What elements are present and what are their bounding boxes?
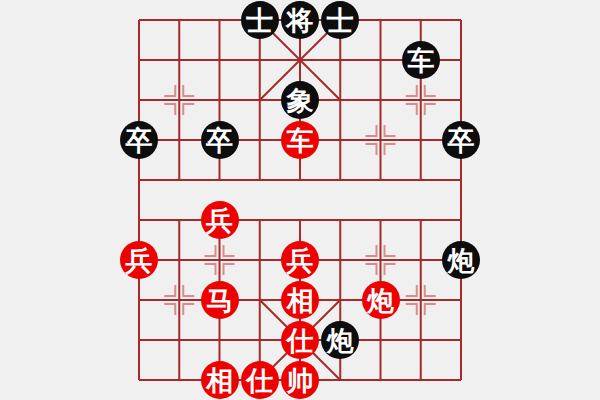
point-f2r7[interactable]: 马 (199, 280, 239, 320)
point-f5r8[interactable]: 炮 (320, 320, 360, 360)
point-f5r1[interactable] (320, 40, 360, 80)
piece-black-advisor[interactable]: 士 (321, 1, 359, 39)
point-f1r2[interactable] (159, 80, 199, 120)
point-f6r4[interactable] (360, 160, 400, 200)
piece-black-advisor[interactable]: 士 (241, 1, 279, 39)
point-f4r3[interactable]: 车 (280, 120, 320, 160)
point-f8r6[interactable]: 炮 (441, 240, 481, 280)
point-f3r0[interactable]: 士 (240, 0, 280, 40)
point-f6r7[interactable]: 炮 (360, 280, 400, 320)
point-f7r3[interactable] (401, 120, 441, 160)
point-f0r8[interactable] (119, 320, 159, 360)
point-f8r2[interactable] (441, 80, 481, 120)
point-f2r6[interactable] (199, 240, 239, 280)
point-f8r7[interactable] (441, 280, 481, 320)
point-f4r4[interactable] (280, 160, 320, 200)
piece-red-cannon[interactable]: 炮 (362, 281, 400, 319)
point-f2r9[interactable]: 相 (199, 360, 239, 400)
piece-red-chariot[interactable]: 车 (281, 121, 319, 159)
point-f0r1[interactable] (119, 40, 159, 80)
point-f2r0[interactable] (199, 0, 239, 40)
point-f8r4[interactable] (441, 160, 481, 200)
point-f8r9[interactable] (441, 360, 481, 400)
point-f5r5[interactable] (320, 200, 360, 240)
point-f0r4[interactable] (119, 160, 159, 200)
piece-black-elephant[interactable]: 象 (281, 81, 319, 119)
piece-black-cannon[interactable]: 炮 (442, 241, 480, 279)
point-f3r8[interactable] (240, 320, 280, 360)
point-f2r1[interactable] (199, 40, 239, 80)
point-f8r0[interactable] (441, 0, 481, 40)
point-f6r8[interactable] (360, 320, 400, 360)
point-f3r3[interactable] (240, 120, 280, 160)
point-f0r3[interactable]: 卒 (119, 120, 159, 160)
point-f5r2[interactable] (320, 80, 360, 120)
point-f4r6[interactable]: 兵 (280, 240, 320, 280)
piece-red-elephant[interactable]: 相 (281, 281, 319, 319)
point-f3r4[interactable] (240, 160, 280, 200)
point-f2r5[interactable]: 兵 (199, 200, 239, 240)
point-f6r6[interactable] (360, 240, 400, 280)
piece-red-general[interactable]: 帅 (281, 361, 319, 399)
point-f0r6[interactable]: 兵 (119, 240, 159, 280)
point-f2r2[interactable] (199, 80, 239, 120)
piece-black-soldier[interactable]: 卒 (442, 121, 480, 159)
point-f7r1[interactable]: 车 (401, 40, 441, 80)
point-f1r1[interactable] (159, 40, 199, 80)
point-f7r5[interactable] (401, 200, 441, 240)
point-f7r6[interactable] (401, 240, 441, 280)
point-f6r1[interactable] (360, 40, 400, 80)
point-f2r3[interactable]: 卒 (199, 120, 239, 160)
point-f4r8[interactable]: 仕 (280, 320, 320, 360)
point-f7r0[interactable] (401, 0, 441, 40)
point-f6r0[interactable] (360, 0, 400, 40)
point-f4r2[interactable]: 象 (280, 80, 320, 120)
point-f6r2[interactable] (360, 80, 400, 120)
piece-black-soldier[interactable]: 卒 (120, 121, 158, 159)
point-f1r9[interactable] (159, 360, 199, 400)
point-f3r1[interactable] (240, 40, 280, 80)
point-f3r6[interactable] (240, 240, 280, 280)
point-f4r1[interactable] (280, 40, 320, 80)
piece-black-soldier[interactable]: 卒 (201, 121, 239, 159)
piece-red-soldier[interactable]: 兵 (201, 201, 239, 239)
point-f2r4[interactable] (199, 160, 239, 200)
point-f4r7[interactable]: 相 (280, 280, 320, 320)
point-f7r8[interactable] (401, 320, 441, 360)
point-f8r1[interactable] (441, 40, 481, 80)
point-f5r3[interactable] (320, 120, 360, 160)
point-f6r3[interactable] (360, 120, 400, 160)
point-f1r7[interactable] (159, 280, 199, 320)
point-f8r3[interactable]: 卒 (441, 120, 481, 160)
point-f0r0[interactable] (119, 0, 159, 40)
point-f3r2[interactable] (240, 80, 280, 120)
piece-black-general[interactable]: 将 (281, 1, 319, 39)
point-f5r9[interactable] (320, 360, 360, 400)
point-f1r6[interactable] (159, 240, 199, 280)
piece-black-cannon[interactable]: 炮 (321, 321, 359, 359)
point-f3r7[interactable] (240, 280, 280, 320)
point-f3r9[interactable]: 仕 (240, 360, 280, 400)
point-f2r8[interactable] (199, 320, 239, 360)
xiangqi-board: 士将士车象卒卒车卒兵兵兵炮马相炮仕炮相仕帅 (0, 0, 600, 400)
point-f4r0[interactable]: 将 (280, 0, 320, 40)
piece-red-soldier[interactable]: 兵 (281, 241, 319, 279)
piece-red-advisor[interactable]: 仕 (281, 321, 319, 359)
point-f6r9[interactable] (360, 360, 400, 400)
point-f1r3[interactable] (159, 120, 199, 160)
point-f5r0[interactable]: 士 (320, 0, 360, 40)
point-f6r5[interactable] (360, 200, 400, 240)
point-f1r8[interactable] (159, 320, 199, 360)
point-f5r7[interactable] (320, 280, 360, 320)
board-points: 士将士车象卒卒车卒兵兵兵炮马相炮仕炮相仕帅 (119, 0, 481, 400)
point-f4r5[interactable] (280, 200, 320, 240)
piece-red-elephant[interactable]: 相 (201, 361, 239, 399)
piece-red-soldier[interactable]: 兵 (120, 241, 158, 279)
point-f8r8[interactable] (441, 320, 481, 360)
point-f8r5[interactable] (441, 200, 481, 240)
point-f1r4[interactable] (159, 160, 199, 200)
point-f5r6[interactable] (320, 240, 360, 280)
point-f5r4[interactable] (320, 160, 360, 200)
point-f1r0[interactable] (159, 0, 199, 40)
point-f0r5[interactable] (119, 200, 159, 240)
point-f7r2[interactable] (401, 80, 441, 120)
point-f1r5[interactable] (159, 200, 199, 240)
point-f0r9[interactable] (119, 360, 159, 400)
point-f7r4[interactable] (401, 160, 441, 200)
point-f0r7[interactable] (119, 280, 159, 320)
piece-red-advisor[interactable]: 仕 (241, 361, 279, 399)
point-f0r2[interactable] (119, 80, 159, 120)
point-f7r9[interactable] (401, 360, 441, 400)
point-f4r9[interactable]: 帅 (280, 360, 320, 400)
point-f3r5[interactable] (240, 200, 280, 240)
piece-red-horse[interactable]: 马 (201, 281, 239, 319)
point-f7r7[interactable] (401, 280, 441, 320)
piece-black-chariot[interactable]: 车 (402, 41, 440, 79)
